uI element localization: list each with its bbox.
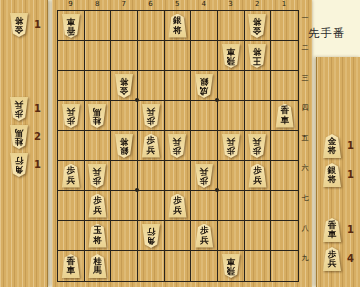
piece-金将[interactable]: 金将 — [322, 134, 342, 158]
piece-kanji: 角 — [15, 165, 24, 175]
piece-飛車[interactable]: 飛車 — [221, 44, 241, 68]
piece-tile: 歩兵 — [247, 134, 267, 158]
hand-count: 1 — [347, 134, 354, 158]
piece-飛車[interactable]: 飛車 — [221, 254, 241, 278]
piece-kanji: 車 — [227, 46, 236, 56]
piece-kanji: 将 — [120, 136, 129, 146]
square-2i[interactable] — [245, 251, 272, 281]
square-5e[interactable]: 歩兵 — [165, 131, 192, 161]
square-1a[interactable] — [271, 11, 298, 41]
square-3h[interactable] — [218, 221, 245, 251]
square-2g[interactable] — [245, 191, 272, 221]
piece-香車[interactable]: 香車 — [61, 14, 81, 38]
piece-kanji: 行 — [147, 226, 156, 236]
piece-tile: 歩兵 — [141, 104, 161, 128]
piece-歩兵[interactable]: 歩兵 — [167, 134, 187, 158]
piece-kanji: 将 — [328, 175, 337, 185]
shogi-app: 金将1歩兵1桂馬2角行1 987654321 一二三四五六七八九 香車銀将金将飛… — [0, 0, 360, 287]
sente-hand-香車[interactable]: 香車1 — [322, 218, 354, 242]
piece-tile: 歩兵 — [87, 194, 107, 218]
piece-歩兵[interactable]: 歩兵 — [61, 104, 81, 128]
piece-kanji: 兵 — [147, 146, 156, 156]
square-5i[interactable] — [165, 251, 192, 281]
piece-tile: 歩兵 — [221, 134, 241, 158]
piece-kanji: 車 — [227, 257, 236, 267]
piece-kanji: 将 — [328, 146, 337, 156]
square-4c[interactable]: 成銀 — [191, 71, 218, 101]
square-6e[interactable]: 歩兵 — [138, 131, 165, 161]
square-2f[interactable]: 歩兵 — [245, 161, 272, 191]
piece-歩兵[interactable]: 歩兵 — [87, 194, 107, 218]
piece-金将[interactable]: 金将 — [9, 13, 29, 37]
piece-桂馬[interactable]: 桂馬 — [9, 125, 29, 149]
sente-hand-金将[interactable]: 金将1 — [322, 134, 354, 158]
square-4h[interactable]: 歩兵 — [191, 221, 218, 251]
file-label-7: 7 — [110, 0, 137, 9]
rank-label-8: 八 — [298, 223, 312, 233]
piece-kanji: 行 — [15, 156, 24, 166]
hand-count: 2 — [34, 125, 41, 149]
piece-tile: 飛車 — [221, 254, 241, 278]
piece-tile: 歩兵 — [141, 134, 161, 158]
square-2c[interactable] — [245, 71, 272, 101]
square-9i[interactable]: 香車 — [58, 251, 85, 281]
piece-tile: 歩兵 — [61, 104, 81, 128]
square-5f[interactable] — [165, 161, 192, 191]
file-label-8: 8 — [84, 0, 111, 9]
file-label-2: 2 — [244, 0, 271, 9]
square-9g[interactable] — [58, 191, 85, 221]
piece-tile: 銀将 — [114, 134, 134, 158]
square-3a[interactable] — [218, 11, 245, 41]
gote-hand-金将[interactable]: 金将1 — [9, 13, 41, 37]
piece-tile: 金将 — [9, 13, 29, 37]
square-6h[interactable]: 角行 — [138, 221, 165, 251]
piece-kanji: 兵 — [147, 106, 156, 116]
square-3c[interactable] — [218, 71, 245, 101]
piece-kanji: 車 — [328, 230, 337, 240]
gote-hand-角行[interactable]: 角行1 — [9, 153, 41, 177]
piece-金将[interactable]: 金将 — [114, 74, 134, 98]
square-7e[interactable]: 銀将 — [111, 131, 138, 161]
piece-tile: 角行 — [9, 153, 29, 177]
file-label-1: 1 — [270, 0, 297, 9]
piece-tile: 金将 — [114, 74, 134, 98]
square-9a[interactable]: 香車 — [58, 11, 85, 41]
rank-label-1: 一 — [298, 13, 312, 23]
square-2b[interactable]: 王将 — [245, 41, 272, 71]
square-3d[interactable] — [218, 101, 245, 131]
square-6g[interactable] — [138, 191, 165, 221]
piece-tile: 角行 — [141, 224, 161, 248]
square-5a[interactable]: 銀将 — [165, 11, 192, 41]
file-label-6: 6 — [137, 0, 164, 9]
piece-kanji: 将 — [15, 16, 24, 26]
sente-hand-stand: 金将1銀将1香車1歩兵4 — [316, 57, 360, 287]
hand-count: 4 — [347, 247, 354, 271]
piece-tile: 金将 — [322, 134, 342, 158]
piece-kanji: 兵 — [93, 206, 102, 216]
rank-label-5: 五 — [298, 133, 312, 143]
gote-hand-歩兵[interactable]: 歩兵1 — [9, 97, 41, 121]
square-9f[interactable]: 歩兵 — [58, 161, 85, 191]
piece-歩兵[interactable]: 歩兵 — [9, 97, 29, 121]
piece-kanji: 兵 — [173, 136, 182, 146]
piece-tile: 金将 — [247, 14, 267, 38]
hand-count: 1 — [34, 153, 41, 177]
square-1h[interactable] — [271, 221, 298, 251]
piece-kanji: 兵 — [328, 259, 337, 269]
square-9b[interactable] — [58, 41, 85, 71]
piece-kanji: 馬 — [15, 128, 24, 138]
piece-銀将[interactable]: 銀将 — [114, 134, 134, 158]
piece-kanji: 将 — [253, 46, 262, 56]
piece-kanji: 車 — [67, 266, 76, 276]
piece-kanji: 兵 — [93, 166, 102, 176]
square-3b[interactable]: 飛車 — [218, 41, 245, 71]
piece-kanji: 歩 — [15, 109, 24, 119]
square-3g[interactable] — [218, 191, 245, 221]
rank-label-7: 七 — [298, 193, 312, 203]
piece-金将[interactable]: 金将 — [247, 14, 267, 38]
piece-tile: 香車 — [275, 104, 295, 128]
square-1e[interactable] — [271, 131, 298, 161]
piece-歩兵[interactable]: 歩兵 — [194, 164, 214, 188]
file-label-4: 4 — [190, 0, 217, 9]
piece-歩兵[interactable]: 歩兵 — [141, 104, 161, 128]
piece-kanji: 兵 — [200, 166, 209, 176]
square-8d[interactable]: 桂馬 — [85, 101, 112, 131]
piece-桂馬[interactable]: 桂馬 — [87, 104, 107, 128]
rank-label-3: 三 — [298, 73, 312, 83]
piece-歩兵[interactable]: 歩兵 — [247, 134, 267, 158]
piece-歩兵[interactable]: 歩兵 — [141, 134, 161, 158]
square-8g[interactable]: 歩兵 — [85, 191, 112, 221]
square-7b[interactable] — [111, 41, 138, 71]
piece-tile: 香車 — [61, 254, 81, 278]
piece-tile: 歩兵 — [167, 134, 187, 158]
square-7c[interactable]: 金将 — [111, 71, 138, 101]
piece-成銀[interactable]: 成銀 — [194, 74, 214, 98]
rank-label-4: 四 — [298, 103, 312, 113]
file-label-9: 9 — [57, 0, 84, 9]
hand-count: 1 — [34, 97, 41, 121]
board-grid: 香車銀将金将飛車王将金将成銀歩兵桂馬歩兵香車銀将歩兵歩兵歩兵歩兵歩兵歩兵歩兵歩兵… — [57, 10, 299, 282]
piece-kanji: 飛 — [227, 266, 236, 276]
square-1b[interactable] — [271, 41, 298, 71]
piece-tile: 銀将 — [167, 14, 187, 38]
square-2h[interactable] — [245, 221, 272, 251]
square-9h[interactable] — [58, 221, 85, 251]
piece-角行[interactable]: 角行 — [141, 224, 161, 248]
piece-歩兵[interactable]: 歩兵 — [221, 134, 241, 158]
gote-hand-stand: 金将1歩兵1桂馬2角行1 — [0, 0, 48, 287]
square-2d[interactable] — [245, 101, 272, 131]
piece-kanji: 将 — [93, 236, 102, 246]
square-9d[interactable]: 歩兵 — [58, 101, 85, 131]
piece-tile: 成銀 — [194, 74, 214, 98]
piece-銀将[interactable]: 銀将 — [167, 14, 187, 38]
piece-tile: 歩兵 — [167, 194, 187, 218]
rank-label-9: 九 — [298, 253, 312, 263]
piece-kanji: 馬 — [93, 266, 102, 276]
square-7f[interactable] — [111, 161, 138, 191]
square-4d[interactable] — [191, 101, 218, 131]
square-2e[interactable]: 歩兵 — [245, 131, 272, 161]
square-5h[interactable] — [165, 221, 192, 251]
hand-count: 1 — [34, 13, 41, 37]
piece-玉将[interactable]: 玉将 — [87, 224, 107, 248]
piece-kanji: 兵 — [253, 136, 262, 146]
hand-count: 1 — [347, 218, 354, 242]
square-6i[interactable] — [138, 251, 165, 281]
piece-kanji: 将 — [173, 26, 182, 36]
square-8f[interactable]: 歩兵 — [85, 161, 112, 191]
piece-kanji: 金 — [15, 25, 24, 35]
piece-香車[interactable]: 香車 — [275, 104, 295, 128]
shogi-board: 987654321 一二三四五六七八九 香車銀将金将飛車王将金将成銀歩兵桂馬歩兵… — [52, 0, 312, 287]
sente-hand-歩兵[interactable]: 歩兵4 — [322, 247, 354, 271]
square-8h[interactable]: 玉将 — [85, 221, 112, 251]
piece-歩兵[interactable]: 歩兵 — [87, 164, 107, 188]
gote-hand-桂馬[interactable]: 桂馬2 — [9, 125, 41, 149]
piece-銀将[interactable]: 銀将 — [322, 163, 342, 187]
piece-tile: 香車 — [61, 14, 81, 38]
piece-tile: 歩兵 — [9, 97, 29, 121]
piece-kanji: 兵 — [173, 206, 182, 216]
square-7d[interactable] — [111, 101, 138, 131]
square-1i[interactable] — [271, 251, 298, 281]
square-7g[interactable] — [111, 191, 138, 221]
square-9c[interactable] — [58, 71, 85, 101]
piece-kanji: 車 — [67, 16, 76, 26]
piece-kanji: 将 — [120, 76, 129, 86]
sente-hand-銀将[interactable]: 銀将1 — [322, 163, 354, 187]
piece-tile: 歩兵 — [194, 224, 214, 248]
square-6d[interactable]: 歩兵 — [138, 101, 165, 131]
piece-tile: 桂馬 — [87, 254, 107, 278]
hoshi-dot — [135, 98, 139, 102]
piece-歩兵[interactable]: 歩兵 — [322, 247, 342, 271]
square-4f[interactable]: 歩兵 — [191, 161, 218, 191]
square-2a[interactable]: 金将 — [245, 11, 272, 41]
square-7a[interactable] — [111, 11, 138, 41]
piece-tile: 王将 — [247, 44, 267, 68]
square-3i[interactable]: 飛車 — [218, 251, 245, 281]
square-7i[interactable] — [111, 251, 138, 281]
square-1c[interactable] — [271, 71, 298, 101]
square-7h[interactable] — [111, 221, 138, 251]
square-3f[interactable] — [218, 161, 245, 191]
square-6b[interactable] — [138, 41, 165, 71]
hoshi-dot — [135, 188, 139, 192]
hoshi-dot — [215, 188, 219, 192]
square-5g[interactable]: 歩兵 — [165, 191, 192, 221]
piece-歩兵[interactable]: 歩兵 — [61, 164, 81, 188]
file-label-3: 3 — [217, 0, 244, 9]
piece-kanji: 兵 — [67, 106, 76, 116]
piece-kanji: 車 — [280, 116, 289, 126]
piece-王将[interactable]: 王将 — [247, 44, 267, 68]
square-8a[interactable] — [85, 11, 112, 41]
turn-indicator: 先手番 — [308, 26, 346, 41]
piece-kanji: 兵 — [253, 176, 262, 186]
piece-kanji: 兵 — [227, 136, 236, 146]
hoshi-dot — [215, 98, 219, 102]
piece-kanji: 兵 — [200, 236, 209, 246]
piece-歩兵[interactable]: 歩兵 — [167, 194, 187, 218]
square-1g[interactable] — [271, 191, 298, 221]
square-8b[interactable] — [85, 41, 112, 71]
square-8e[interactable] — [85, 131, 112, 161]
piece-tile: 銀将 — [322, 163, 342, 187]
piece-香車[interactable]: 香車 — [61, 254, 81, 278]
file-label-5: 5 — [164, 0, 191, 9]
rank-label-6: 六 — [298, 163, 312, 173]
square-6c[interactable] — [138, 71, 165, 101]
square-5b[interactable] — [165, 41, 192, 71]
piece-kanji: 兵 — [67, 176, 76, 186]
rank-label-2: 二 — [298, 43, 312, 53]
square-1f[interactable] — [271, 161, 298, 191]
piece-kanji: 馬 — [93, 106, 102, 116]
piece-kanji: 桂 — [15, 137, 24, 147]
piece-tile: 歩兵 — [87, 164, 107, 188]
square-9e[interactable] — [58, 131, 85, 161]
square-8c[interactable] — [85, 71, 112, 101]
piece-歩兵[interactable]: 歩兵 — [194, 224, 214, 248]
square-6f[interactable] — [138, 161, 165, 191]
piece-tile: 歩兵 — [247, 164, 267, 188]
square-8i[interactable]: 桂馬 — [85, 251, 112, 281]
piece-tile: 飛車 — [221, 44, 241, 68]
square-4g[interactable] — [191, 191, 218, 221]
square-3e[interactable]: 歩兵 — [218, 131, 245, 161]
square-1d[interactable]: 香車 — [271, 101, 298, 131]
square-4a[interactable] — [191, 11, 218, 41]
piece-tile: 玉将 — [87, 224, 107, 248]
piece-香車[interactable]: 香車 — [322, 218, 342, 242]
square-5d[interactable] — [165, 101, 192, 131]
piece-kanji: 兵 — [15, 100, 24, 110]
piece-kanji: 将 — [253, 16, 262, 26]
piece-桂馬[interactable]: 桂馬 — [87, 254, 107, 278]
piece-tile: 桂馬 — [9, 125, 29, 149]
piece-tile: 歩兵 — [322, 247, 342, 271]
square-5c[interactable] — [165, 71, 192, 101]
square-4e[interactable] — [191, 131, 218, 161]
square-4b[interactable] — [191, 41, 218, 71]
piece-tile: 桂馬 — [87, 104, 107, 128]
hand-count: 1 — [347, 163, 354, 187]
piece-kanji: 銀 — [200, 76, 209, 86]
piece-tile: 歩兵 — [194, 164, 214, 188]
piece-歩兵[interactable]: 歩兵 — [247, 164, 267, 188]
square-6a[interactable] — [138, 11, 165, 41]
piece-角行[interactable]: 角行 — [9, 153, 29, 177]
piece-tile: 歩兵 — [61, 164, 81, 188]
piece-tile: 香車 — [322, 218, 342, 242]
square-4i[interactable] — [191, 251, 218, 281]
